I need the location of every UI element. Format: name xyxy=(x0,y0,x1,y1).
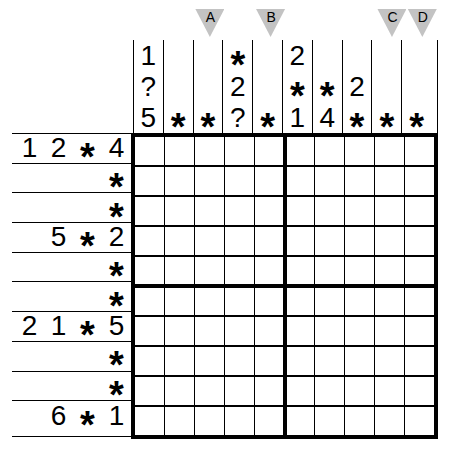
grid-cell-r10c4[interactable] xyxy=(225,407,254,435)
arrow-label: A xyxy=(196,10,224,24)
column-clue-group-4: *2? xyxy=(222,40,252,133)
grid-cell-r10c7[interactable] xyxy=(315,407,344,435)
grid-cell-r3c8[interactable] xyxy=(345,197,374,225)
grid-cell-r2c7[interactable] xyxy=(315,167,344,195)
arrow-label: B xyxy=(257,10,285,24)
row-clue-slot: 1 xyxy=(15,134,44,163)
row-clue-slot: * xyxy=(102,253,131,282)
grid-cell-r3c2[interactable] xyxy=(165,197,194,225)
row-clue-slot: * xyxy=(73,223,102,252)
grid-cell-r3c7[interactable] xyxy=(315,197,344,225)
grid-cell-r10c1[interactable] xyxy=(135,407,164,435)
clue-value: 1 xyxy=(51,312,67,340)
row-clue-slot: * xyxy=(102,193,131,222)
answer-arrow-b: B xyxy=(256,9,285,37)
row-clue-slot xyxy=(44,164,73,193)
arrow-label: D xyxy=(409,10,437,24)
row-clues-panel: 12*4**5*2**21*5**6*1 xyxy=(12,133,131,437)
column-clue-slot: * xyxy=(223,40,252,71)
row-clue-slot: * xyxy=(102,372,131,401)
row-clue-group-8: * xyxy=(12,341,131,371)
column-clue-group-1: 1?5 xyxy=(133,40,163,133)
row-clue-slot: 2 xyxy=(44,134,73,163)
column-clue-slot: * xyxy=(343,102,372,133)
grid-cell-r3c6[interactable] xyxy=(285,197,314,225)
grid-cell-r9c1[interactable] xyxy=(135,377,164,405)
column-clue-group-6: 2*1 xyxy=(282,40,312,133)
grid-cell-r5c4[interactable] xyxy=(225,257,254,285)
grid-cell-r4c10[interactable] xyxy=(405,227,434,255)
answer-arrow-a: A xyxy=(195,9,224,37)
column-clue-slot: 2 xyxy=(283,40,312,71)
column-clue-slot: 1 xyxy=(134,40,163,71)
grid-cell-r1c1[interactable] xyxy=(135,137,164,165)
row-clue-slot: 2 xyxy=(15,312,44,341)
column-clue-slot xyxy=(402,40,431,71)
grid-cell-r2c9[interactable] xyxy=(375,167,404,195)
grid-cell-r5c9[interactable] xyxy=(375,257,404,285)
row-clue-slot: * xyxy=(102,282,131,311)
column-clue-slot xyxy=(402,71,431,102)
row-clue-slot xyxy=(15,253,44,282)
clue-value: * xyxy=(109,287,124,325)
grid-cell-r9c5[interactable] xyxy=(255,377,284,405)
column-clue-group-8: 2* xyxy=(342,40,372,133)
clue-value: 6 xyxy=(51,402,67,430)
column-clue-group-5: * xyxy=(252,40,282,133)
column-clue-slot: 2 xyxy=(343,71,372,102)
clue-value: 2 xyxy=(349,73,365,101)
grid-cell-r9c3[interactable] xyxy=(195,377,224,405)
grid-cell-r7c8[interactable] xyxy=(345,317,374,345)
grid-cell-r4c6[interactable] xyxy=(285,227,314,255)
clue-value: * xyxy=(80,138,95,176)
row-clue-slot xyxy=(15,372,44,401)
grid-cell-r7c3[interactable] xyxy=(195,317,224,345)
column-clue-slot xyxy=(372,40,401,71)
grid-cell-r8c4[interactable] xyxy=(225,347,254,375)
row-clue-group-2: * xyxy=(12,163,131,193)
grid-cell-r1c2[interactable] xyxy=(165,137,194,165)
clue-value: ? xyxy=(230,104,246,132)
grid-cell-r1c6[interactable] xyxy=(285,137,314,165)
grid-cell-r7c10[interactable] xyxy=(405,317,434,345)
clue-value: 1 xyxy=(22,134,38,162)
clue-value: * xyxy=(80,227,95,265)
row-clue-slot xyxy=(73,282,102,311)
grid-cell-r5c7[interactable] xyxy=(315,257,344,285)
clue-value: * xyxy=(80,316,95,354)
row-clue-slot: 6 xyxy=(44,401,73,430)
grid-cell-r2c1[interactable] xyxy=(135,167,164,195)
row-clue-slot xyxy=(44,372,73,401)
row-clue-slot: 4 xyxy=(102,134,131,163)
column-clue-slot: * xyxy=(283,71,312,102)
row-clue-slot xyxy=(44,282,73,311)
row-clue-slot: * xyxy=(102,342,131,371)
grid-cell-r4c9[interactable] xyxy=(375,227,404,255)
grid-cell-r2c5[interactable] xyxy=(255,167,284,195)
grid-cell-r6c3[interactable] xyxy=(195,287,224,315)
grid-cell-r3c5[interactable] xyxy=(255,197,284,225)
grid-cell-r8c5[interactable] xyxy=(255,347,284,375)
puzzle-page: ABCD 1?5***2?*2*1*42*** 12*4**5*2**21*5*… xyxy=(0,0,462,460)
grid-cell-r7c4[interactable] xyxy=(225,317,254,345)
row-clue-slot: * xyxy=(73,401,102,430)
grid-cell-r6c10[interactable] xyxy=(405,287,434,315)
clue-value: 5 xyxy=(141,104,157,132)
row-clue-group-5: * xyxy=(12,252,131,282)
row-clue-slot xyxy=(15,282,44,311)
clue-value: * xyxy=(320,76,335,114)
grid-cell-r9c4[interactable] xyxy=(225,377,254,405)
clue-value: 1 xyxy=(141,42,157,70)
grid-cell-r4c4[interactable] xyxy=(225,227,254,255)
row-clue-slot xyxy=(15,342,44,371)
grid-cell-r9c9[interactable] xyxy=(375,377,404,405)
grid-cell-r1c5[interactable] xyxy=(255,137,284,165)
quadrant-divider-horizontal xyxy=(135,284,434,288)
clue-value: * xyxy=(290,76,305,114)
column-clue-slot: 5 xyxy=(134,102,163,133)
grid-cell-r10c8[interactable] xyxy=(345,407,374,435)
grid-cell-r7c9[interactable] xyxy=(375,317,404,345)
grid-cell-r1c7[interactable] xyxy=(315,137,344,165)
grid-cell-r8c3[interactable] xyxy=(195,347,224,375)
grid-frame xyxy=(131,133,438,439)
column-clues-panel: 1?5***2?*2*1*42*** xyxy=(133,40,438,133)
column-clue-slot xyxy=(253,40,282,71)
answer-arrow-d: D xyxy=(408,9,437,37)
grid-cell-r10c3[interactable] xyxy=(195,407,224,435)
grid-cell-r5c8[interactable] xyxy=(345,257,374,285)
grid-cell-r3c1[interactable] xyxy=(135,197,164,225)
grid-cell-r6c7[interactable] xyxy=(315,287,344,315)
grid-cell-r6c1[interactable] xyxy=(135,287,164,315)
clue-value: * xyxy=(230,45,245,83)
grid-cell-r10c6[interactable] xyxy=(285,407,314,435)
grid-cell-r10c5[interactable] xyxy=(255,407,284,435)
grid-cell-r8c8[interactable] xyxy=(345,347,374,375)
column-clue-group-9: * xyxy=(371,40,401,133)
grid-cell-r2c4[interactable] xyxy=(225,167,254,195)
grid-cell-r10c9[interactable] xyxy=(375,407,404,435)
grid-cell-r8c1[interactable] xyxy=(135,347,164,375)
grid-cell-r2c6[interactable] xyxy=(285,167,314,195)
grid-cell-r5c1[interactable] xyxy=(135,257,164,285)
grid-cell-r2c10[interactable] xyxy=(405,167,434,195)
grid-cell-r4c8[interactable] xyxy=(345,227,374,255)
column-clue-slot: * xyxy=(372,102,401,133)
grid-cell-r5c5[interactable] xyxy=(255,257,284,285)
grid-cell-r2c2[interactable] xyxy=(165,167,194,195)
column-clue-slot: * xyxy=(253,102,282,133)
row-clue-group-1: 12*4 xyxy=(12,133,131,163)
row-clue-slot: 1 xyxy=(44,312,73,341)
grid-cell-r7c6[interactable] xyxy=(285,317,314,345)
grid-cell-r6c2[interactable] xyxy=(165,287,194,315)
clue-value: * xyxy=(109,197,124,235)
grid-cell-r6c6[interactable] xyxy=(285,287,314,315)
grid-cell-r6c9[interactable] xyxy=(375,287,404,315)
grid-cell-r5c3[interactable] xyxy=(195,257,224,285)
grid-cell-r7c2[interactable] xyxy=(165,317,194,345)
column-clue-slot xyxy=(194,71,223,102)
grid-cell-r9c8[interactable] xyxy=(345,377,374,405)
grid-cell-r8c6[interactable] xyxy=(285,347,314,375)
grid-cell-r4c7[interactable] xyxy=(315,227,344,255)
grid-cell-r2c8[interactable] xyxy=(345,167,374,195)
grid-cell-r4c2[interactable] xyxy=(165,227,194,255)
grid-cell-r4c3[interactable] xyxy=(195,227,224,255)
row-clue-slot: * xyxy=(73,134,102,163)
grid-cell-r1c9[interactable] xyxy=(375,137,404,165)
grid-cell-r10c10[interactable] xyxy=(405,407,434,435)
grid-cell-r5c10[interactable] xyxy=(405,257,434,285)
grid-cell-r5c2[interactable] xyxy=(165,257,194,285)
column-clue-slot xyxy=(372,71,401,102)
column-clue-slot: * xyxy=(194,102,223,133)
grid-cell-r6c5[interactable] xyxy=(255,287,284,315)
column-clue-slot: ? xyxy=(223,102,252,133)
column-clue-slot xyxy=(164,71,193,102)
column-clue-slot xyxy=(253,71,282,102)
grid-cell-r8c2[interactable] xyxy=(165,347,194,375)
grid-cell-r1c3[interactable] xyxy=(195,137,224,165)
grid-cell-r6c8[interactable] xyxy=(345,287,374,315)
answer-arrow-c: C xyxy=(377,9,406,37)
row-clue-slot xyxy=(73,193,102,222)
grid-cell-r1c8[interactable] xyxy=(345,137,374,165)
grid-cell-r3c3[interactable] xyxy=(195,197,224,225)
clue-value: 5 xyxy=(51,223,67,251)
grid-cell-r10c2[interactable] xyxy=(165,407,194,435)
column-clue-group-10: * xyxy=(401,40,431,133)
grid-cell-r6c4[interactable] xyxy=(225,287,254,315)
row-clue-slot xyxy=(44,342,73,371)
row-clue-slot xyxy=(44,253,73,282)
clue-value: * xyxy=(109,376,124,414)
column-clue-slot xyxy=(194,40,223,71)
grid-cell-r4c5[interactable] xyxy=(255,227,284,255)
row-clue-slot: * xyxy=(73,312,102,341)
column-clue-group-3: * xyxy=(193,40,223,133)
row-clue-slot xyxy=(15,193,44,222)
column-clue-slot: * xyxy=(313,71,342,102)
grid-cell-r8c7[interactable] xyxy=(315,347,344,375)
row-clue-slot xyxy=(15,401,44,430)
column-clue-slot: * xyxy=(164,102,193,133)
clue-value: 2 xyxy=(51,134,67,162)
grid-cell-r3c10[interactable] xyxy=(405,197,434,225)
row-clue-slot xyxy=(15,223,44,252)
grid-cell-r8c10[interactable] xyxy=(405,347,434,375)
grid-cell-r9c7[interactable] xyxy=(315,377,344,405)
row-clue-slot xyxy=(73,372,102,401)
row-clue-group-6: * xyxy=(12,281,131,311)
grid-cell-r9c10[interactable] xyxy=(405,377,434,405)
row-clue-slot xyxy=(44,193,73,222)
column-clue-group-2: * xyxy=(163,40,193,133)
clue-value: 4 xyxy=(109,134,125,162)
column-clue-slot xyxy=(343,40,372,71)
column-clue-slot: ? xyxy=(134,71,163,102)
grid-cell-r7c5[interactable] xyxy=(255,317,284,345)
grid-cell-r1c4[interactable] xyxy=(225,137,254,165)
clue-value: 2 xyxy=(22,312,38,340)
grid-cell-r4c1[interactable] xyxy=(135,227,164,255)
grid-cell-r3c4[interactable] xyxy=(225,197,254,225)
row-clue-slot: 5 xyxy=(44,223,73,252)
column-clue-group-7: *4 xyxy=(312,40,342,133)
row-clue-slot xyxy=(15,164,44,193)
column-clue-slot xyxy=(313,40,342,71)
arrow-label: C xyxy=(378,10,406,24)
grid-cell-r8c9[interactable] xyxy=(375,347,404,375)
grid-cell-r2c3[interactable] xyxy=(195,167,224,195)
grid-cell-r9c2[interactable] xyxy=(165,377,194,405)
column-clue-slot xyxy=(164,40,193,71)
grid-cell-r3c9[interactable] xyxy=(375,197,404,225)
row-clue-slot: * xyxy=(102,164,131,193)
grid-cell-r9c6[interactable] xyxy=(285,377,314,405)
clue-value: * xyxy=(80,405,95,443)
grid-cell-r7c7[interactable] xyxy=(315,317,344,345)
grid-cell-r7c1[interactable] xyxy=(135,317,164,345)
row-clue-group-3: * xyxy=(12,192,131,222)
grid-cell-r5c6[interactable] xyxy=(285,257,314,285)
row-clue-group-9: * xyxy=(12,371,131,401)
column-clue-slot: * xyxy=(402,102,431,133)
clue-value: 2 xyxy=(290,42,306,70)
grid-cell-r1c10[interactable] xyxy=(405,137,434,165)
clue-value: ? xyxy=(141,73,157,101)
